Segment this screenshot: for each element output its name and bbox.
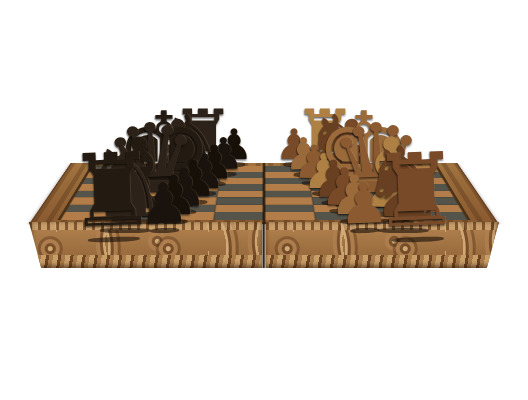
fold-seam-front bbox=[262, 222, 266, 268]
square-b5[interactable] bbox=[214, 205, 264, 212]
chess-set-photo: ♜♟♜♟♞♟♞♟♝♟♝♟♛♟♛♟♚♟♚♟♝♟♝♟♞♟♞♟♜♟♜♟ bbox=[0, 0, 528, 400]
piece-white-rook[interactable]: ♜ bbox=[369, 139, 462, 242]
square-a5[interactable] bbox=[213, 212, 264, 220]
square-a4[interactable] bbox=[264, 212, 315, 220]
square-b4[interactable] bbox=[264, 205, 314, 212]
piece-black-rook[interactable]: ♜ bbox=[65, 139, 158, 242]
pieces-layer: ♜♟♜♟♞♟♞♟♝♟♝♟♛♟♛♟♚♟♚♟♝♟♝♟♞♟♞♟♜♟♜♟ bbox=[0, 0, 528, 400]
fold-seam-top bbox=[262, 163, 266, 224]
